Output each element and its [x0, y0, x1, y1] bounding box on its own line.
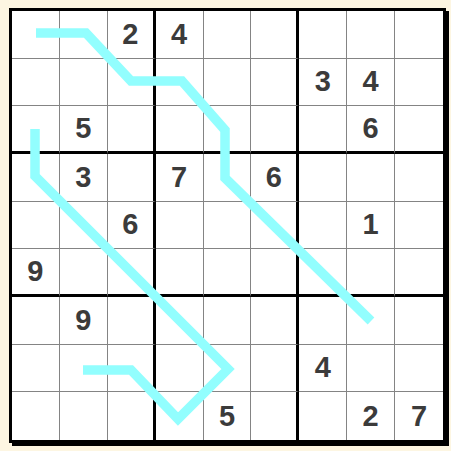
- cell-r2c4[interactable]: [156, 59, 204, 107]
- cell-r9c6[interactable]: [251, 392, 299, 440]
- cell-r6c2[interactable]: [60, 249, 108, 297]
- cell-r6c4[interactable]: [156, 249, 204, 297]
- cell-r4c4[interactable]: 7: [156, 154, 204, 202]
- cell-r5c8[interactable]: 1: [347, 202, 395, 250]
- cell-r3c8[interactable]: 6: [347, 106, 395, 154]
- cell-r3c9[interactable]: [395, 106, 443, 154]
- cell-r1c2[interactable]: [60, 11, 108, 59]
- cell-r7c8[interactable]: [347, 297, 395, 345]
- cell-r4c6[interactable]: 6: [251, 154, 299, 202]
- cell-r1c1[interactable]: [12, 11, 60, 59]
- cell-r8c3[interactable]: [108, 345, 156, 393]
- cell-r9c5[interactable]: 5: [204, 392, 252, 440]
- cell-r9c1[interactable]: [12, 392, 60, 440]
- cell-r2c6[interactable]: [251, 59, 299, 107]
- cell-r1c6[interactable]: [251, 11, 299, 59]
- cell-r4c8[interactable]: [347, 154, 395, 202]
- cell-r9c7[interactable]: [299, 392, 347, 440]
- cell-r7c6[interactable]: [251, 297, 299, 345]
- cell-r6c1[interactable]: 9: [12, 249, 60, 297]
- cell-r7c3[interactable]: [108, 297, 156, 345]
- cell-r8c9[interactable]: [395, 345, 443, 393]
- cell-r2c7[interactable]: 3: [299, 59, 347, 107]
- cell-r3c3[interactable]: [108, 106, 156, 154]
- cell-r3c1[interactable]: [12, 106, 60, 154]
- cell-r9c3[interactable]: [108, 392, 156, 440]
- cell-r5c6[interactable]: [251, 202, 299, 250]
- cell-r5c4[interactable]: [156, 202, 204, 250]
- cell-r8c5[interactable]: [204, 345, 252, 393]
- cell-r7c2[interactable]: 9: [60, 297, 108, 345]
- cell-r3c5[interactable]: [204, 106, 252, 154]
- cell-r5c1[interactable]: [12, 202, 60, 250]
- cell-r1c8[interactable]: [347, 11, 395, 59]
- cell-grid: 24345637661994527: [12, 11, 443, 440]
- cell-r8c2[interactable]: [60, 345, 108, 393]
- cell-r2c5[interactable]: [204, 59, 252, 107]
- cell-r7c1[interactable]: [12, 297, 60, 345]
- cell-r8c4[interactable]: [156, 345, 204, 393]
- cell-r5c7[interactable]: [299, 202, 347, 250]
- cell-r4c7[interactable]: [299, 154, 347, 202]
- cell-r1c3[interactable]: 2: [108, 11, 156, 59]
- cell-r2c2[interactable]: [60, 59, 108, 107]
- cell-r6c3[interactable]: [108, 249, 156, 297]
- cell-r6c5[interactable]: [204, 249, 252, 297]
- cell-r6c9[interactable]: [395, 249, 443, 297]
- cell-r6c7[interactable]: [299, 249, 347, 297]
- cell-r1c5[interactable]: [204, 11, 252, 59]
- cell-r1c7[interactable]: [299, 11, 347, 59]
- cell-r6c8[interactable]: [347, 249, 395, 297]
- cell-r5c5[interactable]: [204, 202, 252, 250]
- cell-r9c4[interactable]: [156, 392, 204, 440]
- cell-r8c8[interactable]: [347, 345, 395, 393]
- cell-r1c4[interactable]: 4: [156, 11, 204, 59]
- cell-r9c9[interactable]: 7: [395, 392, 443, 440]
- sudoku-board: 24345637661994527: [9, 8, 446, 443]
- cell-r3c2[interactable]: 5: [60, 106, 108, 154]
- cell-r9c8[interactable]: 2: [347, 392, 395, 440]
- cell-r4c5[interactable]: [204, 154, 252, 202]
- cell-r3c4[interactable]: [156, 106, 204, 154]
- cell-r2c3[interactable]: [108, 59, 156, 107]
- cell-r7c9[interactable]: [395, 297, 443, 345]
- cell-r7c4[interactable]: [156, 297, 204, 345]
- cell-r4c1[interactable]: [12, 154, 60, 202]
- cell-r3c6[interactable]: [251, 106, 299, 154]
- cell-r6c6[interactable]: [251, 249, 299, 297]
- cell-r5c2[interactable]: [60, 202, 108, 250]
- cell-r7c7[interactable]: [299, 297, 347, 345]
- cell-r4c9[interactable]: [395, 154, 443, 202]
- cell-r4c3[interactable]: [108, 154, 156, 202]
- cell-r5c9[interactable]: [395, 202, 443, 250]
- cell-r2c8[interactable]: 4: [347, 59, 395, 107]
- cell-r4c2[interactable]: 3: [60, 154, 108, 202]
- cell-r7c5[interactable]: [204, 297, 252, 345]
- cell-r3c7[interactable]: [299, 106, 347, 154]
- cell-r2c1[interactable]: [12, 59, 60, 107]
- cell-r8c1[interactable]: [12, 345, 60, 393]
- cell-r5c3[interactable]: 6: [108, 202, 156, 250]
- cell-r2c9[interactable]: [395, 59, 443, 107]
- cell-r9c2[interactable]: [60, 392, 108, 440]
- cell-r8c7[interactable]: 4: [299, 345, 347, 393]
- cell-r8c6[interactable]: [251, 345, 299, 393]
- cell-r1c9[interactable]: [395, 11, 443, 59]
